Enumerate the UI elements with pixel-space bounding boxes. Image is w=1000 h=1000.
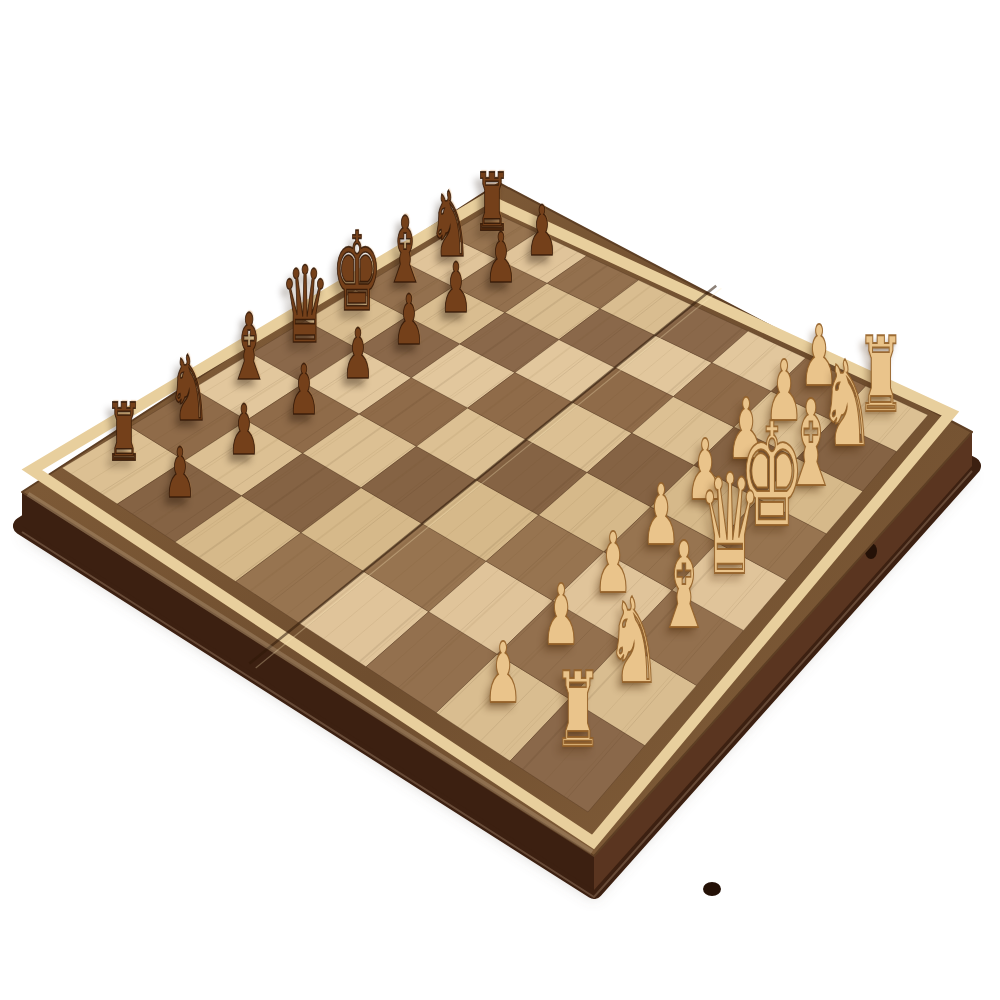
board-foot-icon [703,882,721,896]
chess-set-photo: ♜♟♞♟♝♟♚♟♛♟♝♟♟♜♞♟♞♟♟♜♝♟♟♚♟♛♟♝♟♞♟♜ [0,0,1000,1000]
chess-board [0,0,1000,1000]
